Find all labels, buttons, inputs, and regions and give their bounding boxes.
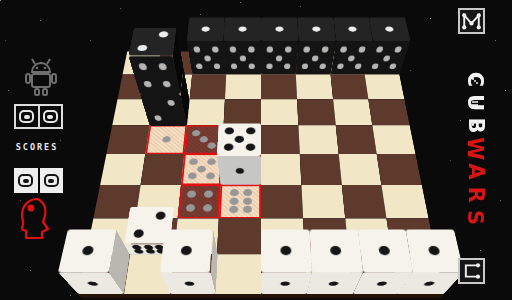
title-letter: B: [452, 114, 498, 137]
checkerboard[interactable]: [78, 52, 444, 294]
die-front-face: [296, 41, 336, 75]
title-letter: C: [452, 68, 498, 91]
score-display-top: [14, 104, 63, 129]
highlighted-cell[interactable]: [177, 185, 221, 218]
die-front-face: [261, 273, 312, 294]
board-cell: [215, 254, 261, 294]
board-cell: [261, 99, 298, 125]
die-front-face: [365, 41, 411, 75]
board-cell: [296, 74, 333, 99]
die-top-face: [333, 17, 373, 40]
board-cell: [261, 154, 301, 185]
highlighted-cell[interactable]: [181, 154, 223, 185]
board-cell: [300, 154, 342, 185]
board-cell: [341, 185, 386, 218]
highlighted-cell[interactable]: [219, 185, 261, 218]
android-robot-icon[interactable]: [24, 56, 58, 102]
board-cell: [377, 154, 422, 185]
die-top-face: [358, 230, 414, 273]
board-cell: [224, 99, 261, 125]
die-top-face: [309, 230, 362, 273]
black-die[interactable]: [328, 52, 365, 75]
board-cell: [297, 99, 336, 125]
board-cell: [298, 125, 338, 153]
die-top-face: [217, 123, 261, 155]
board-cell: [382, 185, 429, 218]
die-top-face: [224, 17, 261, 40]
highlighted-cell[interactable]: [145, 125, 187, 153]
white-die[interactable]: [221, 154, 261, 185]
board-cell: [365, 74, 405, 99]
menu-c-button[interactable]: [458, 258, 485, 284]
die-top-face: [186, 17, 225, 40]
game-title-cubwars: CUBWARS: [452, 68, 498, 229]
die-top-face: [159, 230, 212, 273]
die-front-face: [186, 41, 226, 75]
title-letter: W: [452, 137, 498, 160]
die-top-face: [297, 17, 336, 40]
score-display-bottom: [14, 168, 63, 193]
board-cell: [333, 99, 373, 125]
score-digit: [38, 106, 62, 127]
score-digit: [40, 168, 64, 193]
white-die[interactable]: [78, 254, 130, 294]
cube-wars-game-screen: SCORES: [0, 0, 512, 300]
game-board-scene: [73, 0, 449, 294]
black-die[interactable]: [149, 99, 189, 125]
title-letter: U: [452, 91, 498, 114]
black-die[interactable]: [140, 66, 184, 93]
white-die[interactable]: [261, 254, 307, 294]
board-cell: [338, 154, 381, 185]
score-digit: [16, 106, 38, 127]
black-die[interactable]: [226, 52, 261, 75]
board-cell: [217, 218, 261, 254]
board-cell: [330, 74, 368, 99]
die-front-face: [217, 156, 261, 185]
board-front-edge: [78, 294, 444, 298]
white-die[interactable]: [170, 254, 218, 294]
red-head-profile-icon[interactable]: [16, 196, 58, 246]
board-cell: [189, 74, 226, 99]
die-top-face: [261, 17, 298, 40]
die-front-face: [224, 41, 261, 75]
black-die[interactable]: [261, 52, 296, 75]
right-sidebar: CUBWARS: [452, 0, 512, 300]
die-top-face: [58, 230, 116, 273]
board-cell: [106, 125, 149, 153]
die-top-face: [369, 17, 410, 40]
board-cell: [301, 185, 345, 218]
title-letter: A: [452, 160, 498, 183]
die-top-face: [261, 230, 312, 273]
score-digit: [14, 168, 38, 193]
board-cell: [261, 74, 297, 99]
menu-m-button[interactable]: [458, 8, 485, 34]
die-front-face: [159, 273, 215, 294]
scores-label: SCORES: [9, 142, 65, 152]
white-die[interactable]: [305, 254, 353, 294]
board-cell: [187, 99, 226, 125]
die-top-face: [128, 28, 176, 56]
board-cell: [335, 125, 377, 153]
black-die[interactable]: [192, 52, 228, 75]
board-cell: [140, 154, 183, 185]
board-cell: [225, 74, 261, 99]
board-cell: [261, 125, 300, 153]
board-cell: [369, 99, 410, 125]
board-cell: [261, 185, 303, 218]
die-front-face: [261, 41, 298, 75]
board-cell: [373, 125, 416, 153]
black-die[interactable]: [294, 52, 330, 75]
title-letter: S: [452, 206, 498, 229]
board-cell: [100, 154, 145, 185]
title-letter: R: [452, 183, 498, 206]
